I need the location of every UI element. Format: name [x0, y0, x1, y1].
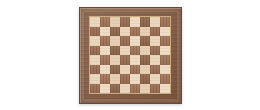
square-b7[interactable] — [100, 27, 110, 37]
square-d1[interactable] — [120, 84, 130, 94]
square-b8[interactable] — [100, 17, 110, 27]
square-f4[interactable] — [140, 55, 150, 65]
square-e2[interactable] — [130, 74, 140, 84]
square-g6[interactable] — [150, 36, 160, 46]
square-f8[interactable] — [140, 17, 150, 27]
square-a6[interactable] — [90, 36, 100, 46]
square-d2[interactable] — [120, 74, 130, 84]
square-f1[interactable] — [140, 84, 150, 94]
board-field — [89, 16, 171, 94]
square-a3[interactable] — [90, 65, 100, 75]
square-e4[interactable] — [130, 55, 140, 65]
square-h1[interactable] — [160, 84, 170, 94]
square-b2[interactable] — [100, 74, 110, 84]
square-e3[interactable] — [130, 65, 140, 75]
square-c4[interactable] — [110, 55, 120, 65]
square-c8[interactable] — [110, 17, 120, 27]
square-e1[interactable] — [130, 84, 140, 94]
scene-background — [0, 0, 260, 110]
square-g7[interactable] — [150, 27, 160, 37]
square-d5[interactable] — [120, 46, 130, 56]
square-b5[interactable] — [100, 46, 110, 56]
square-h7[interactable] — [160, 27, 170, 37]
square-h3[interactable] — [160, 65, 170, 75]
square-f5[interactable] — [140, 46, 150, 56]
square-f7[interactable] — [140, 27, 150, 37]
square-c3[interactable] — [110, 65, 120, 75]
square-b1[interactable] — [100, 84, 110, 94]
square-f2[interactable] — [140, 74, 150, 84]
square-h4[interactable] — [160, 55, 170, 65]
square-d7[interactable] — [120, 27, 130, 37]
square-a5[interactable] — [90, 46, 100, 56]
square-d6[interactable] — [120, 36, 130, 46]
square-g5[interactable] — [150, 46, 160, 56]
square-d8[interactable] — [120, 17, 130, 27]
square-d3[interactable] — [120, 65, 130, 75]
square-c2[interactable] — [110, 74, 120, 84]
square-c1[interactable] — [110, 84, 120, 94]
square-h8[interactable] — [160, 17, 170, 27]
square-e5[interactable] — [130, 46, 140, 56]
square-g8[interactable] — [150, 17, 160, 27]
square-g1[interactable] — [150, 84, 160, 94]
square-g3[interactable] — [150, 65, 160, 75]
chess-board — [79, 7, 182, 104]
square-f3[interactable] — [140, 65, 150, 75]
square-b6[interactable] — [100, 36, 110, 46]
square-h5[interactable] — [160, 46, 170, 56]
square-a7[interactable] — [90, 27, 100, 37]
square-a2[interactable] — [90, 74, 100, 84]
square-e6[interactable] — [130, 36, 140, 46]
square-a4[interactable] — [90, 55, 100, 65]
square-a1[interactable] — [90, 84, 100, 94]
square-f6[interactable] — [140, 36, 150, 46]
square-g4[interactable] — [150, 55, 160, 65]
square-g2[interactable] — [150, 74, 160, 84]
square-e7[interactable] — [130, 27, 140, 37]
square-b3[interactable] — [100, 65, 110, 75]
square-c7[interactable] — [110, 27, 120, 37]
square-a8[interactable] — [90, 17, 100, 27]
square-h2[interactable] — [160, 74, 170, 84]
square-d4[interactable] — [120, 55, 130, 65]
square-e8[interactable] — [130, 17, 140, 27]
square-c6[interactable] — [110, 36, 120, 46]
square-c5[interactable] — [110, 46, 120, 56]
square-h6[interactable] — [160, 36, 170, 46]
square-b4[interactable] — [100, 55, 110, 65]
